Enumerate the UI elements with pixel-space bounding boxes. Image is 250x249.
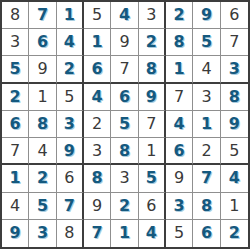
cell-r1c5[interactable]: 4 (111, 2, 138, 29)
cell-r1c9[interactable]: 6 (221, 2, 248, 29)
cell-r1c7[interactable]: 2 (166, 2, 193, 29)
cell-r5c7[interactable]: 4 (166, 111, 193, 138)
cell-r2c1[interactable]: 3 (2, 29, 29, 56)
cell-r9c3[interactable]: 8 (57, 220, 84, 247)
cell-r4c7[interactable]: 7 (166, 84, 193, 111)
cell-r9c6[interactable]: 4 (139, 220, 166, 247)
cell-r8c6[interactable]: 6 (139, 193, 166, 220)
cell-r2c8[interactable]: 5 (193, 29, 220, 56)
cell-r3c6[interactable]: 8 (139, 56, 166, 83)
cell-r4c2[interactable]: 1 (29, 84, 56, 111)
cell-r8c1[interactable]: 4 (2, 193, 29, 220)
cell-r9c5[interactable]: 1 (111, 220, 138, 247)
cell-r8c2[interactable]: 5 (29, 193, 56, 220)
cell-r8c7[interactable]: 3 (166, 193, 193, 220)
cell-r8c3[interactable]: 7 (57, 193, 84, 220)
cell-r4c9[interactable]: 8 (221, 84, 248, 111)
cell-r2c4[interactable]: 1 (84, 29, 111, 56)
cell-r6c6[interactable]: 1 (139, 138, 166, 165)
cell-r5c2[interactable]: 8 (29, 111, 56, 138)
cell-r6c8[interactable]: 2 (193, 138, 220, 165)
cell-r5c4[interactable]: 2 (84, 111, 111, 138)
cell-r9c7[interactable]: 5 (166, 220, 193, 247)
cell-r7c2[interactable]: 2 (29, 165, 56, 192)
cell-r3c7[interactable]: 1 (166, 56, 193, 83)
cell-r3c2[interactable]: 9 (29, 56, 56, 83)
cell-r7c4[interactable]: 8 (84, 165, 111, 192)
cell-r3c9[interactable]: 3 (221, 56, 248, 83)
cell-r1c8[interactable]: 9 (193, 2, 220, 29)
cell-r6c7[interactable]: 6 (166, 138, 193, 165)
cell-r8c8[interactable]: 8 (193, 193, 220, 220)
cell-r2c5[interactable]: 9 (111, 29, 138, 56)
cell-r8c5[interactable]: 2 (111, 193, 138, 220)
cell-r8c4[interactable]: 9 (84, 193, 111, 220)
cell-r5c6[interactable]: 7 (139, 111, 166, 138)
cell-r3c4[interactable]: 6 (84, 56, 111, 83)
cell-r4c5[interactable]: 6 (111, 84, 138, 111)
cell-r6c9[interactable]: 5 (221, 138, 248, 165)
cell-r4c3[interactable]: 5 (57, 84, 84, 111)
cell-r9c9[interactable]: 2 (221, 220, 248, 247)
cell-r2c3[interactable]: 4 (57, 29, 84, 56)
cell-r2c2[interactable]: 6 (29, 29, 56, 56)
cell-r5c8[interactable]: 1 (193, 111, 220, 138)
cell-r9c4[interactable]: 7 (84, 220, 111, 247)
cell-r4c8[interactable]: 3 (193, 84, 220, 111)
cell-r7c6[interactable]: 5 (139, 165, 166, 192)
cell-r3c8[interactable]: 4 (193, 56, 220, 83)
cell-r7c3[interactable]: 6 (57, 165, 84, 192)
cell-r5c1[interactable]: 6 (2, 111, 29, 138)
cell-r9c8[interactable]: 6 (193, 220, 220, 247)
cell-r6c4[interactable]: 3 (84, 138, 111, 165)
cell-r9c2[interactable]: 3 (29, 220, 56, 247)
cell-r1c4[interactable]: 5 (84, 2, 111, 29)
cell-r1c1[interactable]: 8 (2, 2, 29, 29)
cell-r7c7[interactable]: 9 (166, 165, 193, 192)
cell-r8c9[interactable]: 1 (221, 193, 248, 220)
sudoku-board: 8715432963641928575926781432154697386832… (0, 0, 250, 249)
cell-r3c1[interactable]: 5 (2, 56, 29, 83)
cell-r2c7[interactable]: 8 (166, 29, 193, 56)
cell-r3c5[interactable]: 7 (111, 56, 138, 83)
cell-r4c6[interactable]: 9 (139, 84, 166, 111)
cell-r4c1[interactable]: 2 (2, 84, 29, 111)
cell-r6c1[interactable]: 7 (2, 138, 29, 165)
cell-r5c3[interactable]: 3 (57, 111, 84, 138)
cell-r6c3[interactable]: 9 (57, 138, 84, 165)
cell-r7c9[interactable]: 4 (221, 165, 248, 192)
cell-r1c3[interactable]: 1 (57, 2, 84, 29)
cell-r4c4[interactable]: 4 (84, 84, 111, 111)
cell-r6c5[interactable]: 8 (111, 138, 138, 165)
cell-r1c6[interactable]: 3 (139, 2, 166, 29)
cell-r7c8[interactable]: 7 (193, 165, 220, 192)
cell-r7c1[interactable]: 1 (2, 165, 29, 192)
cell-r2c9[interactable]: 7 (221, 29, 248, 56)
cell-r3c3[interactable]: 2 (57, 56, 84, 83)
cell-r7c5[interactable]: 3 (111, 165, 138, 192)
cell-r5c5[interactable]: 5 (111, 111, 138, 138)
cell-r6c2[interactable]: 4 (29, 138, 56, 165)
cell-r2c6[interactable]: 2 (139, 29, 166, 56)
cell-r5c9[interactable]: 9 (221, 111, 248, 138)
cell-r9c1[interactable]: 9 (2, 220, 29, 247)
cell-r1c2[interactable]: 7 (29, 2, 56, 29)
